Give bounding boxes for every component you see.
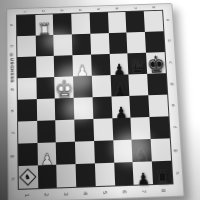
rank-label-top-4: 4 <box>77 1 83 19</box>
square-c4[interactable]: ♟ <box>73 55 92 77</box>
square-e7[interactable] <box>130 95 150 117</box>
chessboard-photo: 12345678 12345678 abcdefgh abcdefgh ©USC… <box>0 0 200 200</box>
square-b3[interactable] <box>54 34 73 55</box>
square-d6[interactable]: ♟ <box>110 74 130 96</box>
square-b6[interactable] <box>109 32 128 53</box>
vinyl-board: 12345678 12345678 abcdefgh abcdefgh ©USC… <box>6 3 184 200</box>
file-label-right-d: d <box>161 79 184 89</box>
square-e8[interactable] <box>148 95 168 117</box>
square-f2[interactable] <box>37 120 56 143</box>
square-h3[interactable] <box>57 164 77 187</box>
square-e5[interactable] <box>93 97 113 119</box>
square-f3[interactable] <box>56 120 76 143</box>
file-label-right-a: a <box>157 15 179 24</box>
board-grid: ♜♟♟♛♚♚♟♟♟♞♞♟♜ <box>16 10 174 190</box>
square-h8[interactable]: ♜ <box>152 161 172 184</box>
square-c7[interactable]: ♛ <box>128 53 148 75</box>
black-pawn[interactable]: ♟ <box>137 171 151 188</box>
square-h5[interactable] <box>95 163 115 186</box>
square-b5[interactable] <box>90 33 109 54</box>
square-g1[interactable] <box>18 143 37 166</box>
square-g4[interactable] <box>75 141 95 164</box>
square-f7[interactable] <box>131 117 151 140</box>
square-h1[interactable]: ♞ <box>19 165 38 188</box>
square-c3[interactable] <box>54 55 73 77</box>
rank-label-top-2: 2 <box>40 2 46 20</box>
square-f8[interactable] <box>150 116 170 139</box>
square-h4[interactable] <box>76 163 96 186</box>
rank-label-top-1: 1 <box>22 3 28 21</box>
uschess-brand-text: ©USCHESS <box>9 52 14 83</box>
rank-label-top-3: 3 <box>59 1 65 19</box>
corner-knight-emblem: ♞ <box>19 165 38 188</box>
square-f4[interactable] <box>75 119 95 142</box>
square-g6[interactable] <box>113 140 133 163</box>
square-g3[interactable] <box>56 142 76 165</box>
square-b2[interactable] <box>35 35 54 56</box>
square-d4[interactable] <box>73 76 92 98</box>
square-c2[interactable] <box>36 56 55 78</box>
rank-label-top-8: 8 <box>150 0 157 16</box>
logo-diamond-shape: ♞ <box>20 168 37 186</box>
square-g2[interactable]: ♟ <box>37 142 56 165</box>
file-label-left-a: a <box>1 21 23 30</box>
square-b7[interactable] <box>127 32 146 53</box>
black-rook[interactable]: ♜ <box>155 168 171 187</box>
square-f5[interactable] <box>93 118 113 141</box>
square-e1[interactable] <box>18 99 37 121</box>
square-d3[interactable]: ♚ <box>55 76 74 98</box>
square-h7[interactable]: ♟ <box>133 161 153 184</box>
file-label-right-c: c <box>159 57 181 66</box>
square-d7[interactable] <box>129 74 149 96</box>
square-g7[interactable]: ♞ <box>132 139 152 162</box>
square-c6[interactable]: ♟ <box>109 53 128 75</box>
square-d5[interactable] <box>92 75 111 97</box>
file-label-left-b: b <box>1 42 23 51</box>
square-g5[interactable] <box>94 140 114 163</box>
file-label-right-b: b <box>158 36 180 45</box>
square-e3[interactable] <box>55 98 74 120</box>
square-d2[interactable] <box>36 77 55 99</box>
rank-label-top-6: 6 <box>114 0 121 17</box>
square-c5[interactable] <box>91 54 110 76</box>
square-e6[interactable]: ♟ <box>111 96 131 118</box>
square-h2[interactable] <box>38 165 58 188</box>
rank-label-top-7: 7 <box>132 0 139 17</box>
square-b4[interactable] <box>72 34 91 55</box>
square-f1[interactable] <box>18 121 37 144</box>
square-e4[interactable] <box>74 97 93 119</box>
file-labels-left: abcdefgh <box>7 15 18 191</box>
square-g8[interactable] <box>151 138 171 161</box>
square-f6[interactable] <box>112 118 132 141</box>
rank-label-top-5: 5 <box>95 0 101 18</box>
knight-icon: ♞ <box>25 173 32 180</box>
square-h6[interactable] <box>114 162 134 185</box>
square-e2[interactable] <box>37 98 56 120</box>
file-label-left-d: d <box>1 84 23 94</box>
